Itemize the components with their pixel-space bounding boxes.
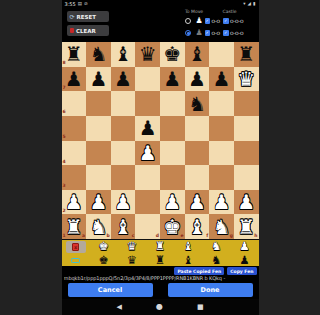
palette-black-queen-button[interactable]: ♛	[118, 254, 146, 268]
square-g7[interactable]: ♟	[209, 67, 234, 92]
square-f3[interactable]	[185, 165, 210, 190]
white-pawn-piece: ♟	[163, 190, 181, 214]
fen-bar: Paste Copied Fen Copy Fen rnbqkb1r/ppp1p…	[62, 266, 259, 283]
white-knight-piece: ♞	[89, 215, 107, 239]
black-knight-piece: ♞	[188, 92, 206, 116]
palette-row-white: x ♚♛♜♝♞♟	[62, 240, 259, 254]
square-d3[interactable]	[135, 165, 160, 190]
black-pawn-piece: ♟	[139, 116, 157, 140]
palette-white-queen-button[interactable]: ♛	[118, 240, 146, 254]
to-move-controls: To Move ♟ ♟	[181, 9, 208, 39]
white-knight-icon: ♞	[211, 240, 221, 253]
rank-label-7: 7	[63, 86, 66, 91]
square-b2[interactable]: ♟	[86, 190, 111, 215]
square-f2[interactable]: ♟	[185, 190, 210, 215]
square-g1[interactable]: ♞g	[209, 214, 234, 239]
black-queen-piece: ♛	[139, 42, 157, 66]
delete-tool-button[interactable]: x	[66, 241, 86, 253]
square-d8[interactable]: ♛	[135, 42, 160, 67]
rank-label-1: 1	[63, 234, 66, 239]
square-a5[interactable]: 5	[62, 116, 87, 141]
square-e2[interactable]: ♟	[160, 190, 185, 215]
white-king-icon: ♚	[99, 240, 109, 253]
white-castle-queenside-label: O-O-O	[230, 19, 245, 24]
white-to-move-radio[interactable]	[185, 18, 191, 24]
clock-text: 3:55	[65, 0, 76, 8]
square-e1[interactable]: ♚e	[160, 214, 185, 239]
square-a2[interactable]: ♟2	[62, 190, 87, 215]
square-c3[interactable]	[111, 165, 136, 190]
square-c8[interactable]: ♝	[111, 42, 136, 67]
palette-white-knight-button[interactable]: ♞	[202, 240, 230, 254]
battery-icon: ▮	[253, 0, 255, 8]
clear-button[interactable]: CLEAR	[67, 25, 109, 36]
palette-black-king-button[interactable]: ♚	[90, 254, 118, 268]
black-castle-kingside-checkbox[interactable]: ✓	[205, 30, 211, 36]
file-label-e: e	[181, 234, 184, 239]
palette-white-pawn-button[interactable]: ♟	[230, 240, 258, 254]
square-a1[interactable]: ♜1a	[62, 214, 87, 239]
square-h7[interactable]: ♛	[234, 67, 259, 92]
file-label-g: g	[230, 234, 233, 239]
black-knight-piece: ♞	[89, 42, 107, 66]
black-rook-icon: ♜	[155, 254, 165, 267]
castle-controls: Castle ✓ O-O ✓ O-O-O ✓ O-O ✓ O-O-O	[205, 9, 255, 39]
delete-icon: x	[72, 243, 79, 251]
square-b7[interactable]: ♟	[86, 67, 111, 92]
black-rook-piece: ♜	[65, 42, 83, 66]
sd-card-icon: ▤	[78, 0, 82, 8]
piece-palette: x ♚♛♜♝♞♟ ♚♛♜♝♞♟	[62, 239, 259, 266]
white-pawn-icon: ♟	[239, 240, 249, 253]
chess-board[interactable]: ♜8♞♝♛♚♝♜♟7♟♟♟♟♟♛6♞5♟4♟3♟2♟♟♟♟♟♟♜1a♞b♝cd♚…	[62, 42, 259, 239]
white-rook-piece: ♜	[65, 215, 83, 239]
palette-black-pawn-button[interactable]: ♟	[230, 254, 258, 268]
back-icon[interactable]: ◀	[117, 299, 122, 315]
square-h1[interactable]: ♜h	[234, 214, 259, 239]
square-a8[interactable]: ♜8	[62, 42, 87, 67]
home-icon[interactable]: ●	[156, 299, 163, 315]
square-g2[interactable]: ♟	[209, 190, 234, 215]
file-label-f: f	[206, 234, 208, 239]
white-bishop-piece: ♝	[188, 215, 206, 239]
black-pawn-piece: ♟	[65, 67, 83, 91]
file-label-d: d	[156, 234, 159, 239]
reset-label: RESET	[77, 14, 96, 20]
white-pawn-piece: ♟	[89, 190, 107, 214]
square-h2[interactable]: ♟	[234, 190, 259, 215]
white-knight-piece: ♞	[213, 215, 231, 239]
square-c6[interactable]	[111, 91, 136, 116]
white-pawn-piece: ♟	[114, 190, 132, 214]
black-pawn-icon: ♟	[195, 29, 202, 37]
square-d2[interactable]	[135, 190, 160, 215]
black-pawn-icon: ♟	[239, 254, 249, 267]
file-label-a: a	[82, 234, 85, 239]
palette-row-black: ♚♛♜♝♞♟	[62, 254, 259, 268]
clear-label: CLEAR	[76, 28, 96, 34]
square-c1[interactable]: ♝c	[111, 214, 136, 239]
palette-white-bishop-button[interactable]: ♝	[174, 240, 202, 254]
white-rook-icon: ♜	[155, 240, 165, 253]
white-queen-icon: ♛	[127, 240, 137, 253]
square-h6[interactable]	[234, 91, 259, 116]
square-b1[interactable]: ♞b	[86, 214, 111, 239]
white-pawn-icon: ♟	[195, 17, 202, 25]
move-tool-icon	[71, 258, 80, 264]
square-g4[interactable]	[209, 141, 234, 166]
white-pawn-piece: ♟	[237, 190, 255, 214]
square-f1[interactable]: ♝f	[185, 214, 210, 239]
rank-label-4: 4	[63, 160, 66, 165]
black-pawn-piece: ♟	[188, 67, 206, 91]
square-c4[interactable]	[111, 141, 136, 166]
white-pawn-piece: ♟	[188, 190, 206, 214]
square-d1[interactable]: d	[135, 214, 160, 239]
square-e3[interactable]	[160, 165, 185, 190]
white-castle-kingside-label: O-O	[212, 19, 222, 24]
square-b8[interactable]: ♞	[86, 42, 111, 67]
square-a3[interactable]: 3	[62, 165, 87, 190]
square-d4[interactable]: ♟	[135, 141, 160, 166]
white-castle-queenside-checkbox[interactable]: ✓	[223, 18, 229, 24]
square-b6[interactable]	[86, 91, 111, 116]
palette-white-rook-button[interactable]: ♜	[146, 240, 174, 254]
square-b4[interactable]	[86, 141, 111, 166]
black-castle-queenside-checkbox[interactable]: ✓	[223, 30, 229, 36]
black-king-icon: ♚	[99, 254, 109, 267]
palette-white-king-button[interactable]: ♚	[90, 240, 118, 254]
square-f5[interactable]	[185, 116, 210, 141]
square-g6[interactable]	[209, 91, 234, 116]
square-c2[interactable]: ♟	[111, 190, 136, 215]
square-h8[interactable]: ♜	[234, 42, 259, 67]
black-pawn-piece: ♟	[114, 67, 132, 91]
wifi-icon: ▾	[243, 0, 245, 8]
white-rook-piece: ♜	[237, 215, 255, 239]
square-e5[interactable]	[160, 116, 185, 141]
palette-black-knight-button[interactable]: ♞	[202, 254, 230, 268]
square-a4[interactable]: 4	[62, 141, 87, 166]
square-f8[interactable]: ♝	[185, 42, 210, 67]
black-knight-icon: ♞	[211, 254, 221, 267]
black-king-piece: ♚	[163, 42, 181, 66]
square-f4[interactable]	[185, 141, 210, 166]
square-d5[interactable]: ♟	[135, 116, 160, 141]
rank-label-3: 3	[63, 184, 66, 189]
cancel-button[interactable]: Cancel	[68, 283, 153, 297]
square-e4[interactable]	[160, 141, 185, 166]
square-a7[interactable]: ♟7	[62, 67, 87, 92]
clear-icon	[70, 28, 75, 34]
black-bishop-piece: ♝	[188, 42, 206, 66]
white-pawn-piece: ♟	[213, 190, 231, 214]
palette-black-rook-button[interactable]: ♜	[146, 254, 174, 268]
square-d7[interactable]	[135, 67, 160, 92]
black-pawn-piece: ♟	[89, 67, 107, 91]
white-king-piece: ♚	[163, 215, 181, 239]
white-pawn-piece: ♟	[65, 190, 83, 214]
rank-label-2: 2	[63, 209, 66, 214]
android-nav-bar: ◀ ● ■	[62, 299, 259, 315]
black-rook-piece: ♜	[237, 42, 255, 66]
square-a6[interactable]: 6	[62, 91, 87, 116]
square-e7[interactable]: ♟	[160, 67, 185, 92]
square-c7[interactable]: ♟	[111, 67, 136, 92]
square-e8[interactable]: ♚	[160, 42, 185, 67]
reset-icon: ⟳	[70, 14, 75, 20]
white-pawn-piece: ♟	[139, 141, 157, 165]
white-bishop-piece: ♝	[114, 215, 132, 239]
black-castle-queenside-label: O-O-O	[230, 31, 245, 36]
square-b5[interactable]	[86, 116, 111, 141]
editor-toolbar: ⟳ RESET CLEAR To Move ♟ ♟ Castle ✓ O-O ✓	[62, 8, 259, 42]
square-e6[interactable]	[160, 91, 185, 116]
done-button[interactable]: Done	[168, 283, 253, 297]
black-to-move-radio[interactable]	[185, 30, 191, 36]
black-pawn-piece: ♟	[163, 67, 181, 91]
square-h3[interactable]	[234, 165, 259, 190]
black-pawn-piece: ♟	[213, 67, 231, 91]
square-c5[interactable]	[111, 116, 136, 141]
white-queen-piece: ♛	[237, 67, 255, 91]
black-queen-icon: ♛	[127, 254, 137, 267]
square-d6[interactable]	[135, 91, 160, 116]
square-g8[interactable]	[209, 42, 234, 67]
data-saver-icon: ⊘	[84, 0, 88, 8]
black-bishop-icon: ♝	[183, 254, 193, 267]
square-f7[interactable]: ♟	[185, 67, 210, 92]
white-bishop-icon: ♝	[183, 240, 193, 253]
signal-icon: ◢	[248, 0, 251, 8]
black-castle-kingside-label: O-O	[212, 31, 222, 36]
black-bishop-piece: ♝	[114, 42, 132, 66]
rank-label-8: 8	[63, 61, 66, 66]
white-castle-kingside-checkbox[interactable]: ✓	[205, 18, 211, 24]
file-label-c: c	[132, 234, 135, 239]
rank-label-6: 6	[63, 110, 66, 115]
move-tool-button[interactable]	[62, 254, 90, 268]
square-g5[interactable]	[209, 116, 234, 141]
footer-buttons: Cancel Done	[62, 283, 259, 299]
reset-button[interactable]: ⟳ RESET	[67, 11, 109, 22]
rank-label-5: 5	[63, 135, 66, 140]
square-h4[interactable]	[234, 141, 259, 166]
square-g3[interactable]	[209, 165, 234, 190]
file-label-b: b	[107, 234, 110, 239]
status-bar: 3:55 ▤ ⊘ ▾ ◢ ▮	[62, 0, 259, 8]
app-screen: 3:55 ▤ ⊘ ▾ ◢ ▮ ⟳ RESET CLEAR To Move ♟	[62, 0, 259, 315]
palette-black-bishop-button[interactable]: ♝	[174, 254, 202, 268]
file-label-h: h	[254, 234, 257, 239]
square-f6[interactable]: ♞	[185, 91, 210, 116]
fen-text: rnbqkb1r/ppp1pppQ/5n2/3p4/3P4/8/PPP1PPPP…	[64, 275, 257, 281]
square-b3[interactable]	[86, 165, 111, 190]
recents-icon[interactable]: ■	[197, 299, 204, 315]
square-h5[interactable]	[234, 116, 259, 141]
